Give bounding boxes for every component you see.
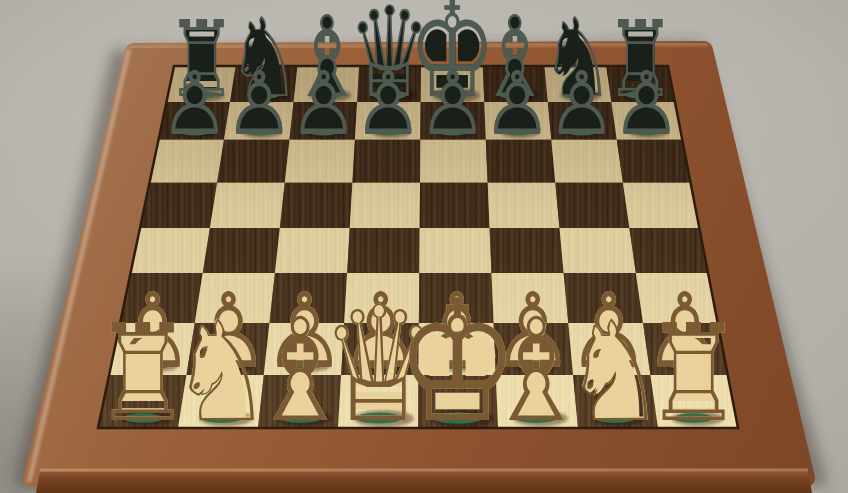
chess-board-photo: ♜♖♞♘♝♗♛♕♚♔♝♗♞♘♜♖♟♙♟♙♟♙♟♙♟♙♟♙♟♙♟♙♟♙♟♙♟♙♟♙… xyxy=(0,0,848,493)
photo-grain-overlay xyxy=(0,0,848,493)
table-fabric-surface: ♜♖♞♘♝♗♛♕♚♔♝♗♞♘♜♖♟♙♟♙♟♙♟♙♟♙♟♙♟♙♟♙♟♙♟♙♟♙♟♙… xyxy=(0,0,848,493)
